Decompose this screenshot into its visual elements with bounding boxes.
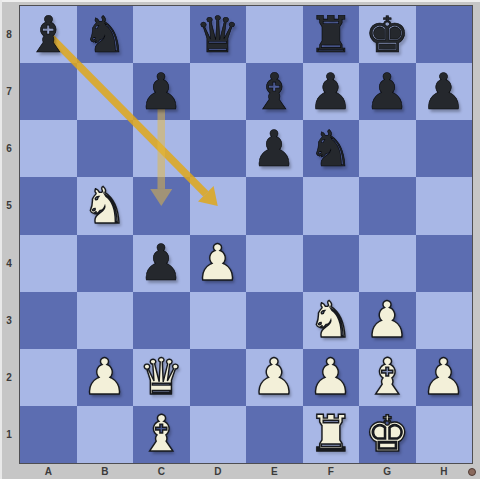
white-bishop-c1[interactable]: ♝ xyxy=(133,406,190,463)
square-e4[interactable] xyxy=(246,235,303,292)
rank-label-1: 1 xyxy=(0,406,18,463)
black-pawn-e6[interactable]: ♟ xyxy=(246,120,303,177)
black-pawn-c7[interactable]: ♟ xyxy=(133,63,190,120)
black-knight-b8[interactable]: ♞ xyxy=(77,6,134,63)
square-a3[interactable] xyxy=(20,292,77,349)
square-g4[interactable] xyxy=(359,235,416,292)
black-king-g8[interactable]: ♚ xyxy=(359,6,416,63)
frame-highlight-top xyxy=(0,0,480,2)
square-h1[interactable] xyxy=(416,406,473,463)
rank-label-8: 8 xyxy=(0,6,18,63)
rank-label-6: 6 xyxy=(0,120,18,177)
black-rook-f8[interactable]: ♜ xyxy=(303,6,360,63)
square-e1[interactable] xyxy=(246,406,303,463)
square-b7[interactable] xyxy=(77,63,134,120)
square-a1[interactable] xyxy=(20,406,77,463)
rank-label-3: 3 xyxy=(0,292,18,349)
square-d5[interactable] xyxy=(190,177,247,234)
square-c5[interactable] xyxy=(133,177,190,234)
white-pawn-d4[interactable]: ♟ xyxy=(190,235,247,292)
square-f4[interactable] xyxy=(303,235,360,292)
file-label-h: H xyxy=(416,464,473,478)
square-h4[interactable] xyxy=(416,235,473,292)
white-pawn-h2[interactable]: ♟ xyxy=(416,349,473,406)
file-label-g: G xyxy=(359,464,416,478)
square-h5[interactable] xyxy=(416,177,473,234)
file-label-e: E xyxy=(246,464,303,478)
white-pawn-b2[interactable]: ♟ xyxy=(77,349,134,406)
square-c6[interactable] xyxy=(133,120,190,177)
square-a4[interactable] xyxy=(20,235,77,292)
square-b1[interactable] xyxy=(77,406,134,463)
square-g6[interactable] xyxy=(359,120,416,177)
black-pawn-c4[interactable]: ♟ xyxy=(133,235,190,292)
square-h8[interactable] xyxy=(416,6,473,63)
white-pawn-e2[interactable]: ♟ xyxy=(246,349,303,406)
square-e3[interactable] xyxy=(246,292,303,349)
white-knight-f3[interactable]: ♞ xyxy=(303,292,360,349)
square-b6[interactable] xyxy=(77,120,134,177)
file-label-b: B xyxy=(77,464,134,478)
square-f5[interactable] xyxy=(303,177,360,234)
square-d1[interactable] xyxy=(190,406,247,463)
white-bishop-g2[interactable]: ♝ xyxy=(359,349,416,406)
square-d7[interactable] xyxy=(190,63,247,120)
black-knight-f6[interactable]: ♞ xyxy=(303,120,360,177)
square-a5[interactable] xyxy=(20,177,77,234)
rank-label-4: 4 xyxy=(0,235,18,292)
black-pawn-h7[interactable]: ♟ xyxy=(416,63,473,120)
square-b4[interactable] xyxy=(77,235,134,292)
square-e5[interactable] xyxy=(246,177,303,234)
white-rook-f1[interactable]: ♜ xyxy=(303,406,360,463)
white-pawn-g3[interactable]: ♟ xyxy=(359,292,416,349)
square-h6[interactable] xyxy=(416,120,473,177)
square-d3[interactable] xyxy=(190,292,247,349)
file-label-f: F xyxy=(303,464,360,478)
rank-label-5: 5 xyxy=(0,177,18,234)
file-label-a: A xyxy=(20,464,77,478)
square-c8[interactable] xyxy=(133,6,190,63)
square-d2[interactable] xyxy=(190,349,247,406)
white-knight-b5[interactable]: ♞ xyxy=(77,177,134,234)
black-pawn-f7[interactable]: ♟ xyxy=(303,63,360,120)
white-king-g1[interactable]: ♚ xyxy=(359,406,416,463)
square-b3[interactable] xyxy=(77,292,134,349)
file-label-d: D xyxy=(190,464,247,478)
square-c3[interactable] xyxy=(133,292,190,349)
chess-app-window: ♝♞♛♜♚♟♝♟♟♟♟♞♞♟♟♞♟♟♛♟♟♝♟♝♜♚ 87654321 ABCD… xyxy=(0,0,480,479)
black-pawn-g7[interactable]: ♟ xyxy=(359,63,416,120)
rank-label-2: 2 xyxy=(0,349,18,406)
black-bishop-e7[interactable]: ♝ xyxy=(246,63,303,120)
square-g5[interactable] xyxy=(359,177,416,234)
square-a6[interactable] xyxy=(20,120,77,177)
rank-label-7: 7 xyxy=(0,63,18,120)
file-label-c: C xyxy=(133,464,190,478)
square-e8[interactable] xyxy=(246,6,303,63)
square-h3[interactable] xyxy=(416,292,473,349)
black-bishop-a8[interactable]: ♝ xyxy=(20,6,77,63)
black-queen-d8[interactable]: ♛ xyxy=(190,6,247,63)
white-queen-c2[interactable]: ♛ xyxy=(133,349,190,406)
white-pawn-f2[interactable]: ♟ xyxy=(303,349,360,406)
corner-logo-dot xyxy=(468,468,476,476)
square-a2[interactable] xyxy=(20,349,77,406)
square-a7[interactable] xyxy=(20,63,77,120)
square-d6[interactable] xyxy=(190,120,247,177)
